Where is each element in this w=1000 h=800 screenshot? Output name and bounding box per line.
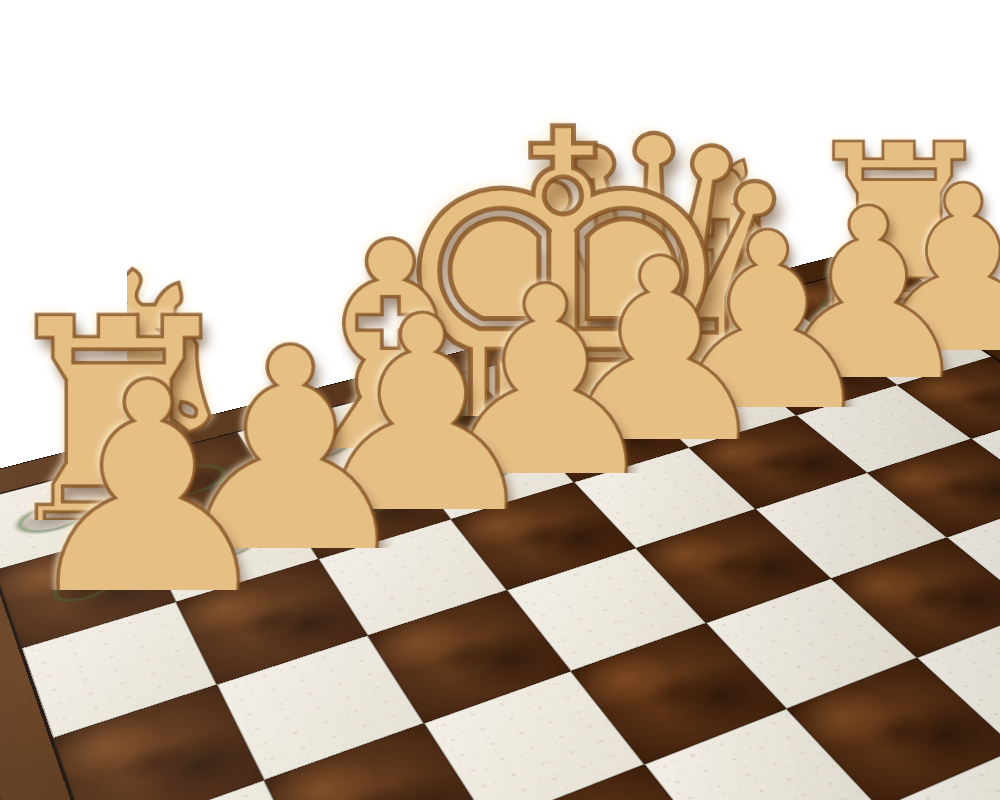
white-pawn-glyph: ♟: [13, 343, 159, 644]
chess-set-photo: ♜♞♝♚♛♝♞♜♟♟♟♟♟♟♟♟: [0, 0, 1000, 800]
square-h3[interactable]: [22, 602, 217, 738]
chess-board: ♜♞♝♚♛♝♞♜♟♟♟♟♟♟♟♟: [0, 248, 1000, 800]
white-pawn[interactable]: ♟: [13, 289, 159, 590]
board-squares-grid: ♜♞♝♚♛♝♞♜♟♟♟♟♟♟♟♟: [0, 269, 1000, 800]
